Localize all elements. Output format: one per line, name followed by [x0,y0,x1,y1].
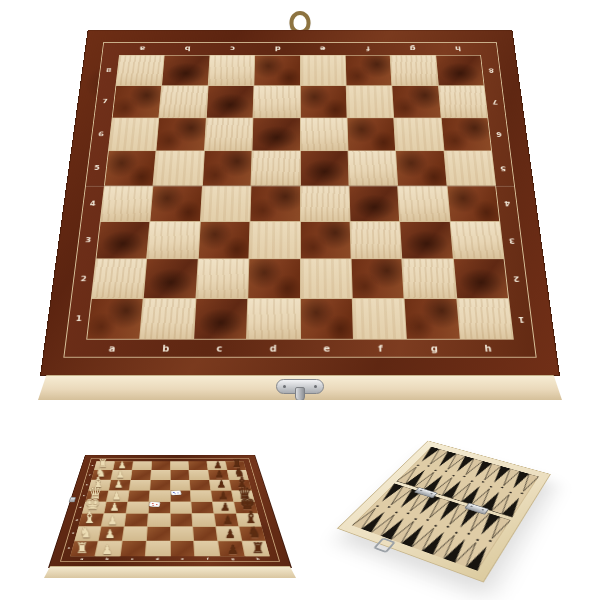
square-d7[interactable] [253,86,299,117]
mini-coord-h: h [245,556,271,561]
mini-square[interactable] [148,502,169,514]
mini-square[interactable]: ♟ [211,490,233,501]
die-red-pips[interactable] [148,501,160,506]
piece-white-pawn[interactable]: ♟ [107,514,117,526]
piece-white-rook[interactable]: ♜ [76,541,89,555]
chess-set-inset: abcdefgh 87654321 ♜♟♟♜♞♟♟♞♝♟♟♝♛♟♟♛♚♟♟♚♝♟… [38,430,302,580]
mini-square[interactable]: ♟ [95,541,121,556]
piece-black-pawn[interactable]: ♟ [224,528,235,540]
mini-square[interactable] [170,490,190,501]
square-a3[interactable] [96,222,149,259]
square-e3[interactable] [300,222,350,259]
board-frame: abcdefgh abcdefgh 87654321 87654321 [40,30,560,376]
coord-top-c: c [210,43,256,55]
square-e2[interactable] [300,259,351,297]
square-a8[interactable] [116,56,164,86]
mini-square[interactable]: ♟ [101,514,125,527]
mini-square[interactable] [131,470,151,479]
square-c5[interactable] [203,151,252,185]
mini-coord-d: d [145,556,170,561]
square-h3[interactable] [450,222,503,259]
square-e8[interactable] [300,56,345,86]
mini-board-plane: abcdefgh 87654321 ♜♟♟♜♞♟♟♞♝♟♟♝♛♟♟♛♚♟♟♚♝♟… [48,455,292,568]
box-side-edge [38,375,562,400]
backgammon-inset [330,402,592,600]
piece-white-pawn[interactable]: ♟ [105,528,116,540]
mini-square[interactable]: ♟ [218,541,244,556]
piece-white-pawn[interactable]: ♟ [102,543,113,556]
coord-top-e: e [300,43,345,55]
coord-bottom-d: d [246,340,300,357]
mini-coord-f: f [195,556,221,561]
mini-coord-bottom: abcdefgh [69,556,271,561]
coord-bottom-a: a [84,340,139,357]
square-d1[interactable] [247,299,299,339]
mini-square[interactable]: ♟ [215,514,239,527]
coord-bottom-e: e [300,340,354,357]
square-f2[interactable] [351,259,403,297]
square-b3[interactable] [147,222,199,259]
square-e5[interactable] [300,151,348,185]
mini-square[interactable] [193,527,217,541]
mini-board-frame: abcdefgh 87654321 ♜♟♟♜♞♟♟♞♝♟♟♝♛♟♟♛♚♟♟♚♝♟… [48,455,292,568]
piece-white-pawn[interactable]: ♟ [114,479,123,489]
piece-white-pawn[interactable]: ♟ [110,502,120,513]
square-g5[interactable] [396,151,446,185]
mini-box-side-edge [44,566,296,578]
mini-square[interactable]: ♟ [107,490,129,501]
clasp-knob-icon [295,387,305,401]
square-c2[interactable] [196,259,248,297]
mini-square[interactable] [194,541,219,556]
square-b5[interactable] [154,151,204,185]
mini-square[interactable] [190,480,210,490]
piece-black-pawn[interactable]: ♟ [227,543,238,556]
mini-square[interactable] [147,514,169,527]
square-d6[interactable] [253,118,300,150]
square-e6[interactable] [300,118,347,150]
die-blue-pips[interactable] [170,490,182,495]
mini-square[interactable] [170,480,190,490]
square-d3[interactable] [249,222,299,259]
mini-square[interactable] [192,502,214,514]
coord-strip-bottom: abcdefgh [84,340,516,357]
square-c4[interactable] [201,186,251,221]
mini-square[interactable] [128,490,149,501]
coord-top-b: b [164,43,210,55]
coord-strip-top: abcdefgh [119,43,481,55]
die-pip [152,505,154,506]
backgammon-interior [352,447,539,571]
square-h2[interactable] [454,259,508,297]
mini-square[interactable] [126,502,148,514]
square-b6[interactable] [157,118,206,150]
mini-board-squares: ♜♟♟♜♞♟♟♞♝♟♟♝♛♟♟♛♚♟♟♚♝♟♟♝♞♟♟♞♜♟♟♜ [70,461,269,556]
mini-square[interactable] [132,461,151,470]
mini-square[interactable] [129,480,149,490]
main-chessboard-photo: abcdefgh abcdefgh 87654321 87654321 [30,8,570,400]
square-a4[interactable] [101,186,153,221]
square-c1[interactable] [194,299,247,339]
piece-black-pawn[interactable]: ♟ [216,479,225,489]
mini-square[interactable] [145,541,169,556]
square-g6[interactable] [394,118,443,150]
square-a5[interactable] [105,151,156,185]
mini-square[interactable] [191,490,212,501]
piece-black-pawn[interactable]: ♟ [218,490,228,501]
mini-square[interactable] [124,514,147,527]
mini-square[interactable] [151,461,169,470]
square-a1[interactable] [87,299,143,339]
mini-square[interactable]: ♟ [104,502,127,514]
mini-coord-c: c [119,556,145,561]
mini-square[interactable] [123,527,147,541]
square-h5[interactable] [444,151,495,185]
square-f6[interactable] [347,118,395,150]
mini-square[interactable] [146,527,169,541]
coord-top-a: a [119,43,165,55]
mini-square[interactable]: ♟ [216,527,241,541]
mini-square[interactable] [189,470,209,479]
square-d5[interactable] [252,151,300,185]
square-g1[interactable] [405,299,460,339]
mini-square[interactable] [170,514,192,527]
square-e4[interactable] [300,186,349,221]
square-b4[interactable] [151,186,202,221]
square-d8[interactable] [254,56,299,86]
square-g3[interactable] [400,222,452,259]
mini-coord-b: b [94,556,120,561]
mini-square[interactable] [120,541,145,556]
mini-square[interactable]: ♜ [70,541,97,556]
square-g4[interactable] [398,186,449,221]
mini-square[interactable] [170,541,194,556]
piece-black-rook[interactable]: ♜ [251,541,264,555]
square-b8[interactable] [162,56,209,86]
mini-square[interactable] [193,514,216,527]
square-b2[interactable] [144,259,197,297]
backgammon-open-box [337,441,551,583]
mini-square[interactable] [170,527,193,541]
coord-bottom-h: h [460,340,515,357]
piece-white-pawn[interactable]: ♟ [112,490,122,501]
mini-square[interactable]: ♟ [109,480,130,490]
square-f5[interactable] [348,151,397,185]
square-b1[interactable] [141,299,196,339]
square-g2[interactable] [403,259,456,297]
square-f7[interactable] [346,86,393,117]
square-a7[interactable] [113,86,162,117]
square-h8[interactable] [436,56,484,86]
square-c7[interactable] [207,86,254,117]
square-c3[interactable] [198,222,249,259]
die-pip [174,493,176,494]
mini-clasp-icon [69,497,76,502]
coord-top-d: d [255,43,300,55]
mini-square[interactable] [150,480,170,490]
square-b7[interactable] [160,86,208,117]
square-h7[interactable] [439,86,488,117]
chessboard-plane: abcdefgh abcdefgh 87654321 87654321 [40,30,560,376]
coord-top-f: f [345,43,391,55]
coord-bottom-c: c [192,340,246,357]
coord-bottom-g: g [407,340,462,357]
mini-square[interactable]: ♟ [213,502,236,514]
square-g7[interactable] [393,86,441,117]
coord-bottom-b: b [138,340,193,357]
mini-coord-g: g [220,556,246,561]
piece-black-pawn[interactable]: ♟ [222,514,232,526]
mini-coord-a: a [69,556,95,561]
square-f3[interactable] [350,222,401,259]
die-pip [152,503,154,504]
square-f8[interactable] [346,56,392,86]
piece-black-pawn[interactable]: ♟ [220,502,230,513]
mini-square[interactable]: ♟ [210,480,231,490]
mini-board-face: abcdefgh 87654321 ♜♟♟♜♞♟♟♞♝♟♟♝♛♟♟♛♚♟♟♚♝♟… [60,458,280,561]
mini-square[interactable] [189,461,208,470]
piece-black-knight[interactable]: ♞ [247,525,260,540]
square-h1[interactable] [457,299,513,339]
chessboard-face: abcdefgh abcdefgh 87654321 87654321 [63,42,536,357]
mini-square[interactable] [170,502,191,514]
square-f1[interactable] [353,299,406,339]
coord-bottom-f: f [353,340,407,357]
mini-square[interactable] [151,470,170,479]
square-h4[interactable] [447,186,499,221]
square-a2[interactable] [92,259,146,297]
square-g8[interactable] [391,56,438,86]
chessboard-squares [86,55,514,340]
die-pip [155,504,157,505]
square-c8[interactable] [208,56,254,86]
square-d4[interactable] [251,186,300,221]
mini-square[interactable]: ♟ [99,527,124,541]
mini-square[interactable]: ♜ [243,541,270,556]
square-d2[interactable] [248,259,299,297]
square-e1[interactable] [300,299,352,339]
coord-top-g: g [390,43,436,55]
mini-coord-e: e [170,556,195,561]
square-c6[interactable] [205,118,253,150]
square-e7[interactable] [300,86,346,117]
die-pip [176,492,178,493]
mini-square[interactable] [170,470,189,479]
square-a6[interactable] [109,118,159,150]
fold-seam [86,185,514,186]
mini-square[interactable] [149,490,169,501]
mini-square[interactable] [170,461,188,470]
piece-white-knight[interactable]: ♞ [80,525,93,540]
square-h6[interactable] [441,118,491,150]
coord-top-h: h [435,43,481,55]
square-f4[interactable] [349,186,399,221]
